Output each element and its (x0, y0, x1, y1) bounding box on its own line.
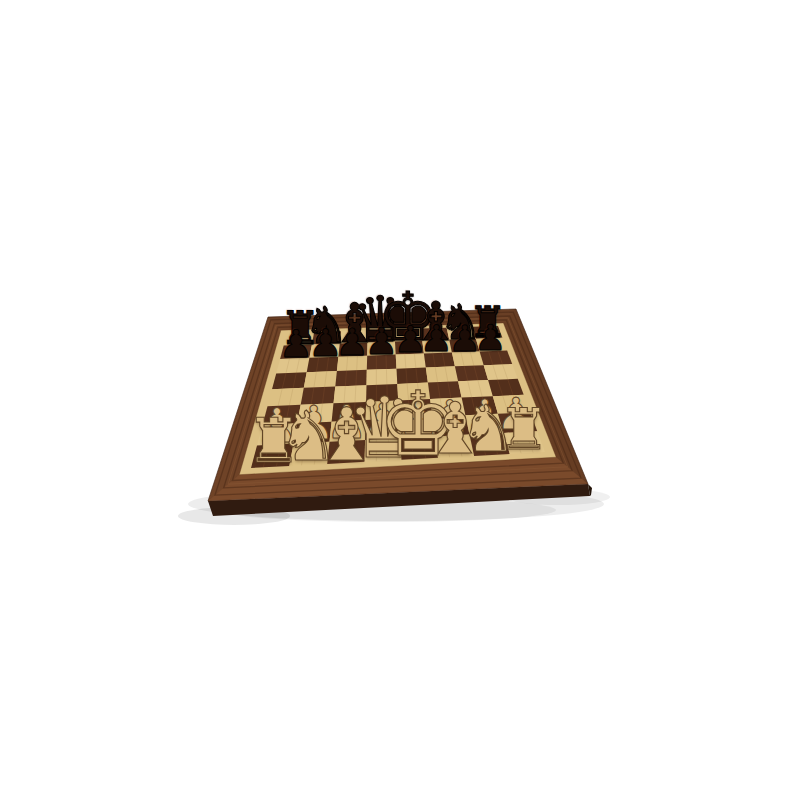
square-e6 (396, 354, 426, 369)
square-c4 (334, 385, 367, 403)
square-d5 (367, 369, 398, 386)
square-g1 (470, 433, 510, 456)
square-b7 (309, 344, 339, 358)
square-d1 (365, 438, 402, 462)
square-f8 (421, 328, 450, 341)
square-a1 (251, 444, 294, 468)
square-d8 (368, 329, 396, 342)
square-e3 (398, 399, 432, 418)
square-f1 (435, 435, 474, 458)
square-f5 (426, 366, 458, 382)
square-f7 (422, 340, 452, 354)
square-d2 (365, 418, 400, 440)
square-g4 (458, 380, 493, 398)
square-h7 (476, 338, 507, 352)
square-b8 (312, 331, 341, 344)
square-c6 (337, 356, 367, 371)
square-e1 (400, 436, 438, 459)
square-h6 (480, 350, 513, 365)
square-e8 (394, 329, 422, 342)
square-h2 (498, 412, 537, 433)
square-f3 (430, 398, 465, 417)
square-a7 (280, 345, 312, 359)
square-b3 (297, 403, 333, 423)
square-a4 (268, 388, 304, 407)
square-b1 (289, 442, 329, 466)
square-h5 (484, 364, 518, 380)
square-g3 (462, 396, 498, 415)
chess-set-product-photo: ♜♞♝♛♚♝♞♜♟♟♟♟♟♟♟♟♟♟♟♟♟♟♟♟♜♞♝♛♚♝♞♜ (0, 0, 800, 800)
square-a3 (263, 405, 301, 425)
square-f2 (433, 415, 470, 436)
square-g2 (465, 414, 503, 435)
square-g7 (449, 339, 479, 353)
square-a6 (276, 358, 309, 374)
square-c8 (340, 330, 368, 343)
square-b4 (301, 387, 336, 405)
square-b5 (304, 371, 337, 388)
square-b2 (294, 422, 332, 444)
square-a5 (272, 372, 307, 389)
square-d3 (366, 400, 400, 420)
square-d6 (367, 355, 397, 370)
square-h8 (472, 326, 502, 339)
square-d4 (366, 384, 398, 402)
square-c1 (327, 440, 365, 464)
square-d7 (367, 342, 396, 356)
square-f4 (428, 381, 462, 399)
chessboard (0, 0, 800, 800)
square-c7 (338, 343, 367, 357)
square-b6 (307, 357, 339, 373)
square-c2 (330, 420, 366, 442)
square-g8 (447, 327, 476, 340)
square-c3 (332, 402, 367, 422)
square-h3 (493, 395, 530, 414)
square-c5 (335, 370, 367, 387)
square-e7 (395, 341, 424, 355)
square-a2 (257, 423, 297, 445)
square-g5 (455, 365, 488, 381)
square-h4 (488, 379, 524, 396)
square-e2 (399, 417, 435, 438)
square-f6 (424, 353, 455, 368)
board-squares (251, 326, 545, 468)
square-g6 (452, 352, 484, 367)
square-a8 (284, 332, 315, 345)
square-e4 (397, 383, 430, 401)
square-e5 (397, 368, 428, 384)
